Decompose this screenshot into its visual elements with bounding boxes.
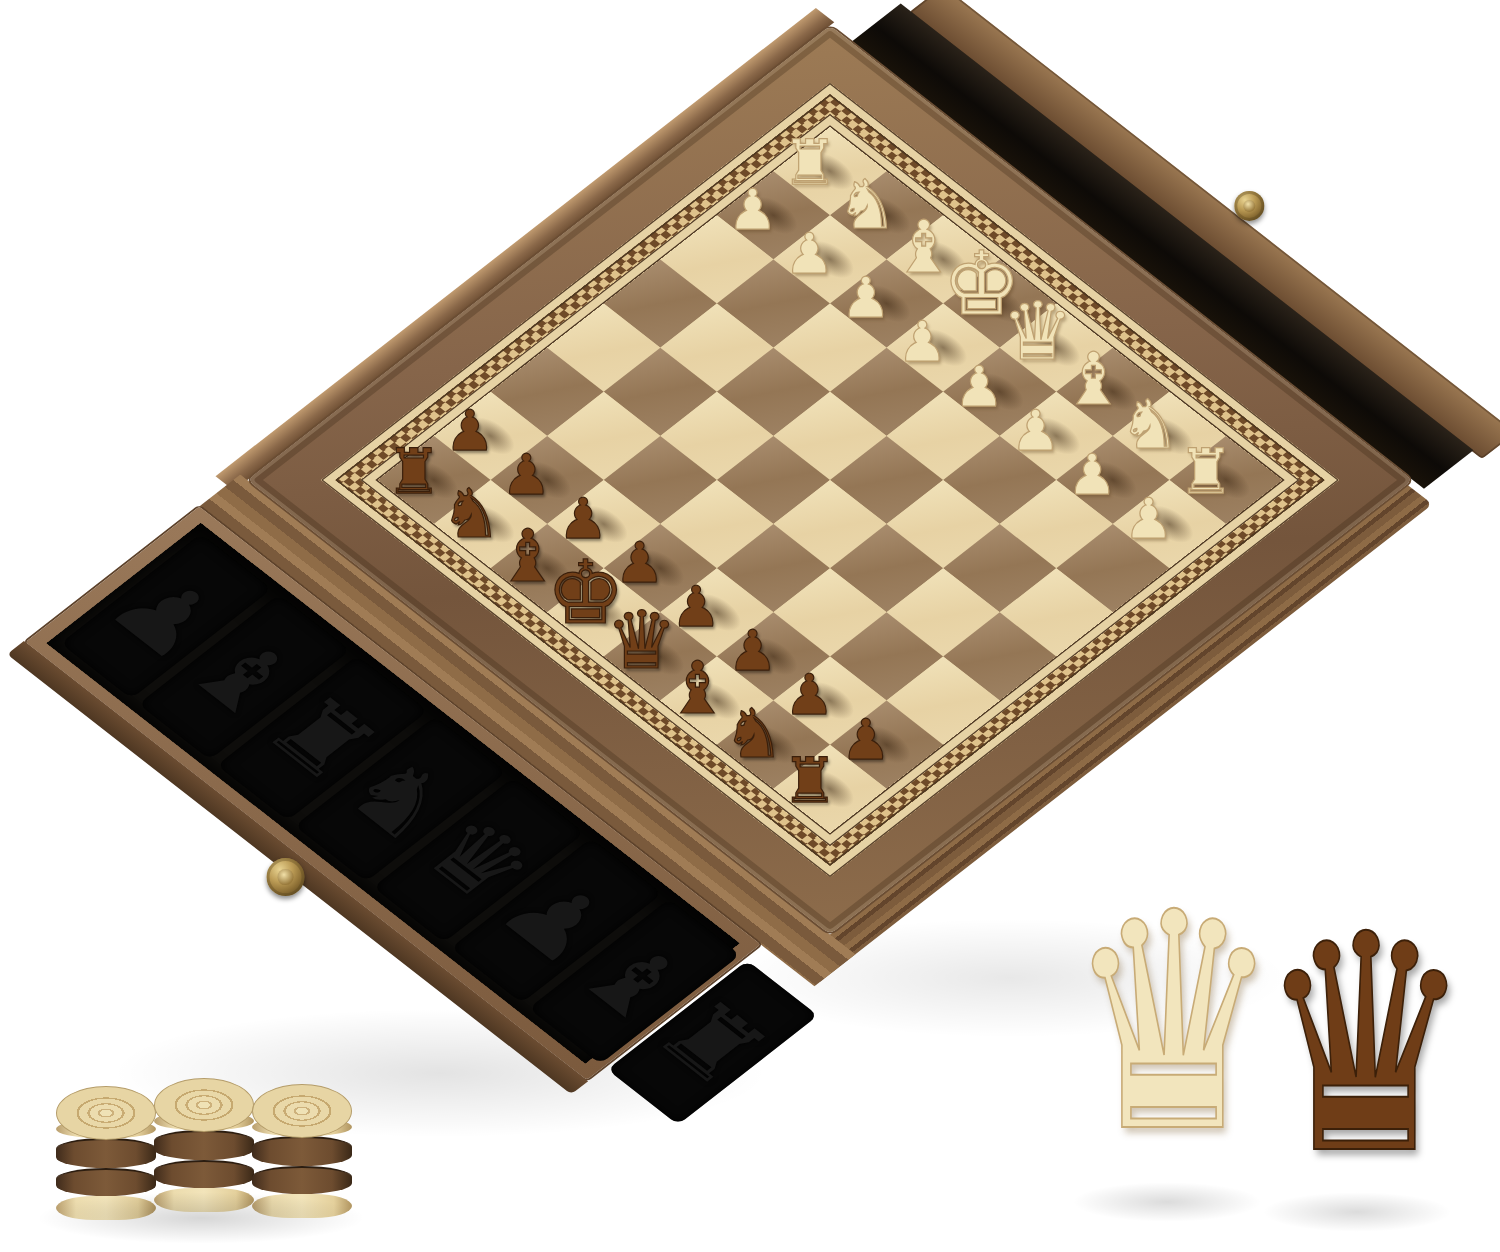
checker-dark	[252, 1136, 352, 1166]
checker-top-light	[56, 1086, 156, 1140]
back-drawer-knob[interactable]	[1234, 191, 1264, 221]
checker-top-light	[154, 1078, 254, 1132]
light-queen-closeup: ♛	[1066, 874, 1274, 1174]
ground-shadow	[36, 1192, 366, 1244]
dark-rook[interactable]: ♜	[748, 750, 872, 812]
drawer-knob[interactable]	[267, 858, 305, 896]
checker-dark	[56, 1168, 156, 1196]
checker-dark	[252, 1166, 352, 1194]
ground-shadow	[1072, 1182, 1262, 1222]
checker-dark	[154, 1130, 254, 1160]
checker-top-light	[252, 1084, 352, 1138]
square-7-7[interactable]: ♜	[773, 745, 886, 833]
chess-board-box: ♟♝♜♞♛♟♝♜ ♜♞♝♚♛♝♞♜♟♟♟♟♟♟♟♟♟♟♟♟♟♟♟♟♜♞♝♚♛♝♞…	[247, 26, 1412, 935]
product-photo-scene: ♟♝♜♞♛♟♝♜ ♜♞♝♚♛♝♞♜♟♟♟♟♟♟♟♟♟♟♟♟♟♟♟♟♜♞♝♚♛♝♞…	[0, 0, 1500, 1252]
checker-dark	[154, 1160, 254, 1188]
ground-shadow	[1262, 1192, 1452, 1232]
dark-queen-closeup: ♛	[1258, 896, 1466, 1196]
checker-dark	[56, 1138, 156, 1168]
